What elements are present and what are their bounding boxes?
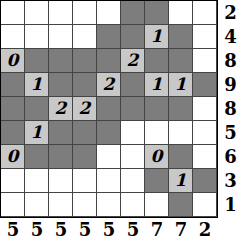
row-count-6: 5 (218, 121, 243, 145)
col-count-2: 5 (25, 218, 49, 242)
col-count-1: 5 (1, 218, 25, 242)
cell-r6c6[interactable] (121, 121, 145, 145)
cell-r6c4[interactable] (73, 121, 97, 145)
col-count-4: 5 (73, 218, 97, 242)
row-count-8: 3 (218, 169, 243, 193)
cell-r7c7[interactable]: 0 (145, 145, 169, 169)
cell-r6c7[interactable] (145, 121, 169, 145)
cell-r2c5[interactable] (97, 25, 121, 49)
row-counts: 248985631 (218, 1, 243, 217)
cell-r5c6[interactable] (121, 97, 145, 121)
cell-r3c2[interactable] (25, 49, 49, 73)
cell-r8c7[interactable] (145, 169, 169, 193)
row-count-4: 9 (218, 73, 243, 97)
cell-r3c8[interactable] (169, 49, 193, 73)
puzzle-stage: 1021211221001 248985631 555555772 (0, 0, 243, 243)
cell-r9c3[interactable] (49, 193, 73, 217)
cell-r9c7[interactable] (145, 193, 169, 217)
cell-r7c6[interactable] (121, 145, 145, 169)
cell-r3c6[interactable]: 2 (121, 49, 145, 73)
col-count-3: 5 (49, 218, 73, 242)
cell-r5c5[interactable] (97, 97, 121, 121)
cell-r8c3[interactable] (49, 169, 73, 193)
cell-r1c2[interactable] (25, 1, 49, 25)
col-count-9: 2 (193, 218, 217, 242)
cell-r7c4[interactable] (73, 145, 97, 169)
cell-r9c2[interactable] (25, 193, 49, 217)
cell-r5c7[interactable] (145, 97, 169, 121)
cell-r5c4[interactable]: 2 (73, 97, 97, 121)
cell-r6c9[interactable] (193, 121, 217, 145)
col-counts: 555555772 (1, 218, 217, 243)
cell-r7c9[interactable] (193, 145, 217, 169)
cell-r1c4[interactable] (73, 1, 97, 25)
cell-r4c9[interactable] (193, 73, 217, 97)
cell-r2c3[interactable] (49, 25, 73, 49)
cell-r4c3[interactable] (49, 73, 73, 97)
cell-r1c5[interactable] (97, 1, 121, 25)
cell-r1c6[interactable] (121, 1, 145, 25)
cell-r9c9[interactable] (193, 193, 217, 217)
cell-r4c7[interactable]: 1 (145, 73, 169, 97)
cell-r2c9[interactable] (193, 25, 217, 49)
cell-r9c8[interactable] (169, 193, 193, 217)
cell-r6c2[interactable]: 1 (25, 121, 49, 145)
cell-r3c4[interactable] (73, 49, 97, 73)
cell-r9c1[interactable] (1, 193, 25, 217)
cell-r1c1[interactable] (1, 1, 25, 25)
cell-r2c7[interactable]: 1 (145, 25, 169, 49)
cell-r4c5[interactable]: 2 (97, 73, 121, 97)
col-count-5: 5 (97, 218, 121, 242)
cell-r3c9[interactable] (193, 49, 217, 73)
cell-r4c4[interactable] (73, 73, 97, 97)
cell-r5c1[interactable] (1, 97, 25, 121)
cell-r8c1[interactable] (1, 169, 25, 193)
cell-r8c9[interactable] (193, 169, 217, 193)
cell-r2c1[interactable] (1, 25, 25, 49)
cell-r6c5[interactable] (97, 121, 121, 145)
cell-r7c8[interactable] (169, 145, 193, 169)
col-count-7: 7 (145, 218, 169, 242)
cell-r4c1[interactable] (1, 73, 25, 97)
cell-r1c3[interactable] (49, 1, 73, 25)
row-count-5: 8 (218, 97, 243, 121)
cell-r4c2[interactable]: 1 (25, 73, 49, 97)
cell-r8c8[interactable]: 1 (169, 169, 193, 193)
cell-r9c4[interactable] (73, 193, 97, 217)
cell-r8c2[interactable] (25, 169, 49, 193)
cell-r1c8[interactable] (169, 1, 193, 25)
cell-r8c5[interactable] (97, 169, 121, 193)
cell-r9c5[interactable] (97, 193, 121, 217)
cell-r2c2[interactable] (25, 25, 49, 49)
cell-r2c6[interactable] (121, 25, 145, 49)
cell-r7c5[interactable] (97, 145, 121, 169)
cell-r5c8[interactable] (169, 97, 193, 121)
cell-r1c7[interactable] (145, 1, 169, 25)
cell-r3c1[interactable]: 0 (1, 49, 25, 73)
cell-r5c2[interactable] (25, 97, 49, 121)
cell-r5c3[interactable]: 2 (49, 97, 73, 121)
col-count-6: 5 (121, 218, 145, 242)
cell-r6c8[interactable] (169, 121, 193, 145)
cell-r3c5[interactable] (97, 49, 121, 73)
cell-r1c9[interactable] (193, 1, 217, 25)
cell-r7c1[interactable]: 0 (1, 145, 25, 169)
row-count-1: 2 (218, 1, 243, 25)
row-count-2: 4 (218, 25, 243, 49)
cell-r5c9[interactable] (193, 97, 217, 121)
row-count-3: 8 (218, 49, 243, 73)
cell-r7c2[interactable] (25, 145, 49, 169)
cell-r8c6[interactable] (121, 169, 145, 193)
cell-r2c8[interactable] (169, 25, 193, 49)
row-count-9: 1 (218, 193, 243, 217)
cell-r3c3[interactable] (49, 49, 73, 73)
cell-r3c7[interactable] (145, 49, 169, 73)
cell-r4c8[interactable]: 1 (169, 73, 193, 97)
cell-r4c6[interactable] (121, 73, 145, 97)
cell-r8c4[interactable] (73, 169, 97, 193)
row-count-7: 6 (218, 145, 243, 169)
cell-r6c1[interactable] (1, 121, 25, 145)
board: 1021211221001 (0, 0, 218, 218)
cell-r9c6[interactable] (121, 193, 145, 217)
col-count-8: 7 (169, 218, 193, 242)
cell-r2c4[interactable] (73, 25, 97, 49)
cell-r7c3[interactable] (49, 145, 73, 169)
cell-r6c3[interactable] (49, 121, 73, 145)
